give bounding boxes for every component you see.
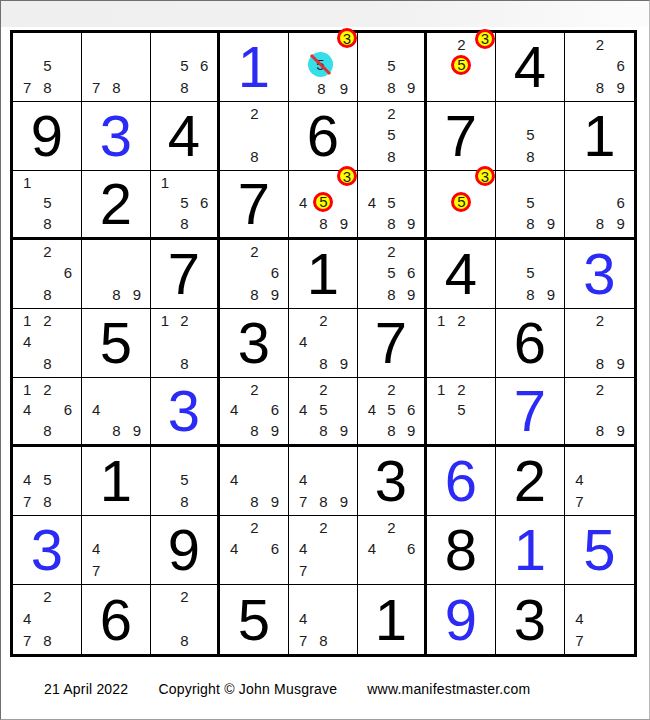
mark-slot-8 [451, 213, 471, 234]
mark-slot-9: 9 [541, 284, 561, 305]
cell-r4c4[interactable]: 2689 [220, 240, 289, 309]
mark-slot-2 [37, 34, 57, 55]
candidate-4: 4 [92, 401, 100, 418]
cell-r4c3[interactable]: 7 [151, 240, 220, 309]
mark-slot-6: 6 [265, 538, 285, 559]
cell-r6c7[interactable]: 125 [427, 378, 496, 447]
mark-slot-3 [58, 34, 78, 55]
cell-r3c2[interactable]: 2 [82, 171, 151, 240]
mark-slot-7 [362, 420, 382, 441]
mark-slot-2 [382, 34, 402, 55]
candidate-6: 6 [271, 401, 279, 418]
mark-slot-3 [265, 103, 285, 124]
cell-r9c3[interactable]: 28 [151, 585, 220, 654]
mark-slot-4 [155, 55, 175, 76]
cell-r5c7[interactable]: 12 [427, 309, 496, 378]
mark-slot-1 [155, 586, 175, 608]
mark-slot-7: 7 [293, 491, 313, 512]
mark-slot-6: 6 [265, 400, 285, 421]
cell-r2c6[interactable]: 258 [358, 102, 427, 171]
mark-slot-5: 5 [520, 262, 540, 283]
mark-slot-2 [37, 448, 57, 469]
mark-slot-4: 4 [362, 538, 382, 559]
mark-slot-1 [86, 34, 106, 55]
candidate-4: 4 [299, 540, 307, 557]
mark-slot-5 [590, 193, 611, 214]
mark-slot-7 [569, 213, 590, 234]
cell-r4c1[interactable]: 268 [13, 240, 82, 309]
mark-slot-5: 5 [451, 55, 471, 76]
mark-slot-2: 2 [313, 517, 333, 538]
mark-slot-3 [265, 448, 285, 469]
candidate-5: 5 [526, 264, 534, 281]
mark-slot-1 [362, 172, 382, 193]
mark-slot-2: 2 [175, 310, 195, 331]
mark-slot-8: 8 [244, 284, 264, 305]
mark-slot-3 [334, 586, 354, 608]
cell-r8c6[interactable]: 246 [358, 516, 427, 585]
mark-slot-5: 5 [520, 193, 540, 214]
cell-r6c4[interactable]: 24689 [220, 378, 289, 447]
candidate-8: 8 [526, 148, 534, 165]
cell-r5c4[interactable]: 3 [220, 309, 289, 378]
candidate-8: 8 [526, 215, 534, 232]
mark-slot-7 [293, 420, 313, 441]
candidate-5: 5 [387, 401, 395, 418]
solved-digit-black: 1 [358, 585, 424, 654]
footer: 21 April 2022 Copyright © John Musgrave … [44, 681, 624, 697]
mark-slot-6 [334, 538, 354, 559]
cell-r9c1[interactable]: 2478 [13, 585, 82, 654]
candidate-9: 9 [133, 422, 141, 439]
cell-r8c2[interactable]: 47 [82, 516, 151, 585]
mark-slot-1 [362, 379, 382, 400]
cell-r2c9[interactable]: 1 [565, 102, 634, 171]
mark-slot-8 [451, 353, 471, 374]
mark-slot-9 [58, 420, 78, 441]
candidate-4: 4 [575, 610, 583, 627]
mark-slot-2: 2 [451, 34, 471, 55]
candidate-1: 1 [161, 174, 169, 191]
mark-slot-2 [520, 103, 540, 124]
cell-r6c1[interactable]: 12468 [13, 378, 82, 447]
pencil-marks: 89 [86, 241, 147, 305]
cell-r4c5[interactable]: 1 [289, 240, 358, 309]
cell-r8c3[interactable]: 9 [151, 516, 220, 585]
cell-r3c1[interactable]: 158 [13, 171, 82, 240]
cell-r6c3[interactable]: 3 [151, 378, 220, 447]
cell-r8c7[interactable]: 8 [427, 516, 496, 585]
candidate-9: 9 [340, 422, 348, 439]
solved-digit-black: 3 [220, 309, 288, 377]
mark-slot-7 [86, 420, 106, 441]
mark-slot-9: 9 [265, 420, 285, 441]
mark-slot-9 [58, 284, 78, 305]
cell-r6c5[interactable]: 24589 [289, 378, 358, 447]
mark-slot-5: 5 [37, 55, 57, 76]
mark-slot-9 [127, 77, 147, 98]
mark-slot-1: 1 [431, 379, 451, 400]
mark-slot-5 [382, 538, 402, 559]
cell-r7c5[interactable]: 4789 [289, 447, 358, 516]
cell-r3c7[interactable]: 35 [427, 171, 496, 240]
candidate-9: 9 [547, 215, 555, 232]
mark-slot-1 [293, 586, 313, 608]
pencil-marks: 489 [86, 379, 147, 441]
mark-slot-2: 2 [37, 310, 57, 331]
candidate-1: 1 [23, 381, 31, 398]
candidate-4: 4 [299, 610, 307, 627]
mark-slot-4: 4 [17, 469, 37, 490]
solved-digit-black: 7 [151, 240, 217, 308]
mark-slot-2: 2 [175, 586, 195, 608]
candidate-7: 7 [23, 632, 31, 649]
mark-slot-3 [334, 379, 354, 400]
mark-slot-4 [431, 331, 451, 352]
candidate-7: 7 [299, 562, 307, 579]
cell-r6c6[interactable]: 245689 [358, 378, 427, 447]
cell-r7c6[interactable]: 3 [358, 447, 427, 516]
cell-r3c3[interactable]: 1568 [151, 171, 220, 240]
mark-slot-4 [431, 55, 451, 76]
candidate-2: 2 [250, 381, 258, 398]
cell-r1c8[interactable]: 4 [496, 33, 565, 102]
pencil-marks: 28 [155, 586, 214, 651]
cell-r3c9[interactable]: 689 [565, 171, 634, 240]
cell-r5c3[interactable]: 128 [151, 309, 220, 378]
cell-r6c9[interactable]: 289 [565, 378, 634, 447]
mark-slot-9: 9 [265, 491, 285, 512]
mark-slot-5: 5 [382, 262, 402, 283]
mark-slot-9 [472, 353, 492, 374]
candidate-2: 2 [319, 381, 327, 398]
cell-r9c9[interactable]: 47 [565, 585, 634, 654]
mark-slot-1 [17, 34, 37, 55]
cell-r2c5[interactable]: 6 [289, 102, 358, 171]
mark-slot-6 [265, 469, 285, 490]
mark-slot-2: 2 [382, 241, 402, 262]
mark-slot-4: 4 [17, 331, 37, 352]
candidate-2: 2 [457, 312, 465, 329]
mark-slot-3 [541, 172, 561, 193]
candidate-2: 2 [387, 381, 395, 398]
candidate-9: 9 [407, 286, 415, 303]
cell-r9c5[interactable]: 478 [289, 585, 358, 654]
candidate-2: 2 [387, 105, 395, 122]
candidate-8: 8 [43, 79, 51, 96]
mark-slot-8 [313, 560, 333, 581]
candidate-8: 8 [317, 80, 325, 97]
pencil-marks: 78 [86, 34, 147, 98]
cell-r5c1[interactable]: 1248 [13, 309, 82, 378]
pencil-marks: 2489 [293, 310, 354, 374]
pencil-marks: 246 [362, 517, 421, 581]
cell-r6c2[interactable]: 489 [82, 378, 151, 447]
cell-r2c4[interactable]: 28 [220, 102, 289, 171]
candidate-5: 5 [43, 471, 51, 488]
cell-r9c7[interactable]: 9 [427, 585, 496, 654]
cell-r4c7[interactable]: 4 [427, 240, 496, 309]
cell-r3c5[interactable]: 34589 [289, 171, 358, 240]
mark-slot-7 [155, 77, 175, 98]
cell-r1c1[interactable]: 578 [13, 33, 82, 102]
candidate-8: 8 [596, 215, 604, 232]
cell-r7c3[interactable]: 58 [151, 447, 220, 516]
cell-r5c8[interactable]: 6 [496, 309, 565, 378]
mark-slot-7 [86, 284, 106, 305]
pencil-marks: 128 [155, 310, 214, 374]
cell-r7c7[interactable]: 6 [427, 447, 496, 516]
cell-r9c4[interactable]: 5 [220, 585, 289, 654]
mark-slot-1 [17, 448, 37, 469]
candidate-8: 8 [112, 79, 120, 96]
mark-slot-5 [106, 538, 126, 559]
mark-slot-6 [265, 124, 285, 145]
candidate-5-highlight-yellow: 5 [313, 192, 333, 212]
mark-slot-4 [362, 262, 382, 283]
cell-r3c8[interactable]: 589 [496, 171, 565, 240]
mark-slot-4 [17, 55, 37, 76]
cell-r7c1[interactable]: 4578 [13, 447, 82, 516]
cell-r5c6[interactable]: 7 [358, 309, 427, 378]
mark-slot-6: 6 [610, 55, 631, 76]
mark-slot-6: 6 [194, 193, 214, 214]
mark-slot-2 [590, 172, 611, 193]
cell-r8c9[interactable]: 5 [565, 516, 634, 585]
mark-slot-3 [401, 379, 421, 400]
cell-r5c5[interactable]: 2489 [289, 309, 358, 378]
mark-slot-8: 8 [382, 420, 402, 441]
mark-slot-3 [334, 310, 354, 331]
mark-slot-7 [500, 213, 520, 234]
mark-slot-8: 8 [244, 491, 264, 512]
pencil-marks: 247 [293, 517, 354, 581]
mark-slot-1 [293, 172, 313, 193]
mark-slot-7 [224, 491, 244, 512]
mark-slot-4: 4 [569, 608, 590, 630]
candidate-9: 9 [133, 286, 141, 303]
candidate-2: 2 [387, 243, 395, 260]
mark-slot-2: 2 [313, 310, 333, 331]
candidate-7: 7 [299, 493, 307, 510]
cell-r5c9[interactable]: 289 [565, 309, 634, 378]
cell-r4c9[interactable]: 3 [565, 240, 634, 309]
mark-slot-3 [472, 310, 492, 331]
cell-r1c4[interactable]: 1 [220, 33, 289, 102]
mark-slot-1 [86, 517, 106, 538]
mark-slot-4 [293, 54, 309, 79]
pencil-marks: 245689 [362, 379, 421, 441]
mark-slot-9 [58, 491, 78, 512]
mark-slot-4: 4 [224, 469, 244, 490]
mark-slot-2 [313, 586, 333, 608]
mark-slot-5: 5 [313, 400, 333, 421]
pencil-marks: 1568 [155, 172, 214, 234]
cell-r7c4[interactable]: 489 [220, 447, 289, 516]
mark-slot-7 [293, 213, 313, 234]
mark-slot-7 [155, 629, 175, 651]
solved-digit-blue: 5 [565, 516, 634, 584]
candidate-1: 1 [161, 312, 169, 329]
mark-slot-9 [58, 353, 78, 374]
mark-slot-4 [17, 262, 37, 283]
mark-slot-5: 5 [451, 400, 471, 421]
mark-slot-6: 6 [401, 400, 421, 421]
mark-slot-4 [362, 55, 382, 76]
candidate-2: 2 [596, 36, 604, 53]
mark-slot-7 [224, 560, 244, 581]
cell-r9c8[interactable]: 3 [496, 585, 565, 654]
candidate-8: 8 [180, 632, 188, 649]
solved-digit-black: 5 [82, 309, 150, 377]
mark-slot-2: 2 [590, 310, 611, 331]
cell-r5c2[interactable]: 5 [82, 309, 151, 378]
cell-r7c8[interactable]: 2 [496, 447, 565, 516]
mark-slot-8: 8 [590, 77, 611, 98]
cell-r8c1[interactable]: 3 [13, 516, 82, 585]
candidate-2: 2 [387, 519, 395, 536]
cell-r3c6[interactable]: 4589 [358, 171, 427, 240]
mark-slot-3 [194, 310, 214, 331]
mark-slot-5 [37, 262, 57, 283]
cell-r1c2[interactable]: 78 [82, 33, 151, 102]
mark-slot-2: 2 [451, 310, 471, 331]
cell-r8c5[interactable]: 247 [289, 516, 358, 585]
footer-copyright: Copyright © John Musgrave [158, 681, 337, 697]
mark-slot-5: 5 [313, 193, 333, 214]
mark-slot-7: 7 [17, 629, 37, 651]
cell-r1c7[interactable]: 235 [427, 33, 496, 102]
cell-r2c8[interactable]: 58 [496, 102, 565, 171]
pencil-marks: 2689 [224, 241, 285, 305]
mark-slot-7 [224, 420, 244, 441]
cell-r2c7[interactable]: 7 [427, 102, 496, 171]
mark-slot-7: 7 [569, 629, 590, 651]
candidate-5: 5 [180, 57, 188, 74]
mark-slot-1: 1 [17, 172, 37, 193]
cell-r1c3[interactable]: 568 [151, 33, 220, 102]
pencil-marks: 268 [17, 241, 78, 305]
candidate-7: 7 [575, 493, 583, 510]
solved-digit-blue: 1 [220, 33, 288, 101]
cell-r4c8[interactable]: 589 [496, 240, 565, 309]
mark-slot-1 [224, 241, 244, 262]
cell-r9c6[interactable]: 1 [358, 585, 427, 654]
mark-slot-6 [610, 469, 631, 490]
cell-r7c9[interactable]: 47 [565, 447, 634, 516]
mark-slot-1 [224, 103, 244, 124]
candidate-8: 8 [387, 79, 395, 96]
mark-slot-8: 8 [313, 213, 333, 234]
cell-r4c2[interactable]: 89 [82, 240, 151, 309]
mark-slot-2 [106, 241, 126, 262]
candidate-5-highlight-cyan: 5 [308, 52, 333, 77]
mark-slot-1 [500, 172, 520, 193]
mark-slot-7: 7 [293, 560, 313, 581]
mark-slot-8 [382, 560, 402, 581]
mark-slot-9: 9 [127, 420, 147, 441]
cell-r3c4[interactable]: 7 [220, 171, 289, 240]
mark-slot-3 [265, 379, 285, 400]
mark-slot-3 [401, 103, 421, 124]
pencil-marks: 478 [293, 586, 354, 651]
cell-r9c2[interactable]: 6 [82, 585, 151, 654]
pencil-marks: 589 [362, 34, 421, 98]
cell-r2c1[interactable]: 9 [13, 102, 82, 171]
mark-slot-4 [155, 469, 175, 490]
mark-slot-6 [334, 193, 354, 214]
page: 5787856813589589235426899342862587581158… [0, 0, 650, 720]
candidate-9: 9 [407, 422, 415, 439]
candidate-2: 2 [43, 381, 51, 398]
solved-digit-black: 3 [496, 585, 564, 654]
mark-slot-7 [17, 213, 37, 234]
mark-slot-7: 7 [86, 560, 106, 581]
mark-slot-2 [244, 448, 264, 469]
mark-slot-7 [362, 77, 382, 98]
cell-r8c8[interactable]: 1 [496, 516, 565, 585]
candidate-9: 9 [271, 286, 279, 303]
candidate-8: 8 [250, 148, 258, 165]
mark-slot-7: 7 [569, 491, 590, 512]
mark-slot-6 [58, 193, 78, 214]
candidate-8: 8 [596, 79, 604, 96]
mark-slot-7 [362, 213, 382, 234]
mark-slot-6 [334, 469, 354, 490]
mark-slot-8: 8 [37, 213, 57, 234]
cell-r1c6[interactable]: 589 [358, 33, 427, 102]
mark-slot-4 [155, 193, 175, 214]
mark-slot-5: 5 [382, 55, 402, 76]
mark-slot-1 [17, 586, 37, 608]
cell-r4c6[interactable]: 25689 [358, 240, 427, 309]
mark-slot-3 [334, 517, 354, 538]
candidate-9: 9 [407, 79, 415, 96]
candidate-4: 4 [23, 471, 31, 488]
mark-slot-3 [610, 586, 631, 608]
mark-slot-8: 8 [244, 420, 264, 441]
mark-slot-8: 8 [37, 77, 57, 98]
cell-r7c2[interactable]: 1 [82, 447, 151, 516]
mark-slot-6 [58, 55, 78, 76]
pencil-marks: 489 [224, 448, 285, 512]
mark-slot-5 [590, 400, 611, 421]
mark-slot-1 [86, 379, 106, 400]
cell-r2c3[interactable]: 4 [151, 102, 220, 171]
pencil-marks: 2478 [17, 586, 78, 651]
candidate-6: 6 [271, 264, 279, 281]
candidate-4: 4 [23, 333, 31, 350]
mark-slot-9 [401, 146, 421, 167]
pencil-marks: 35 [431, 172, 492, 234]
mark-slot-2: 2 [451, 379, 471, 400]
cell-r1c5[interactable]: 3589 [289, 33, 358, 102]
cell-r2c2[interactable]: 3 [82, 102, 151, 171]
mark-slot-2 [175, 172, 195, 193]
solved-digit-black: 9 [13, 102, 81, 170]
cell-r8c4[interactable]: 246 [220, 516, 289, 585]
pencil-marks: 4789 [293, 448, 354, 512]
candidate-2: 2 [43, 312, 51, 329]
cell-r6c8[interactable]: 7 [496, 378, 565, 447]
mark-slot-4 [17, 193, 37, 214]
mark-slot-7 [569, 77, 590, 98]
cell-r1c9[interactable]: 2689 [565, 33, 634, 102]
mark-slot-8: 8 [590, 213, 611, 234]
candidate-1: 1 [437, 312, 445, 329]
mark-slot-4: 4 [224, 538, 244, 559]
mark-slot-4: 4 [17, 400, 37, 421]
